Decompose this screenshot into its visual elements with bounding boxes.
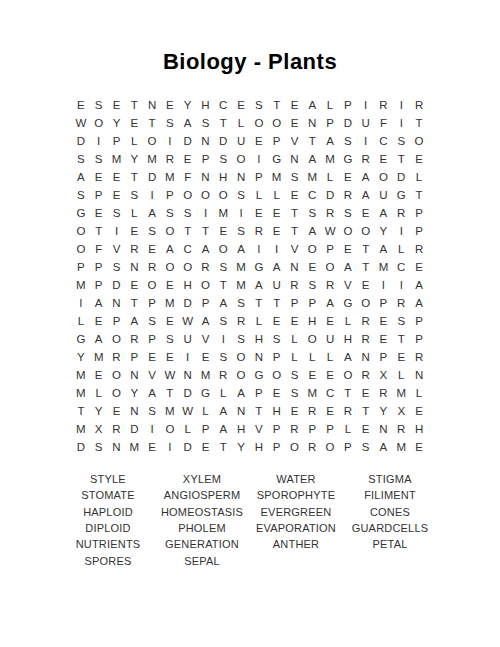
grid-cell-r12c9[interactable]: A — [214, 294, 232, 312]
grid-cell-r19c9[interactable]: A — [214, 420, 232, 438]
grid-cell-r13c10[interactable]: R — [232, 312, 250, 330]
grid-cell-r11c12[interactable]: U — [268, 276, 286, 294]
grid-cell-r15c7[interactable]: I — [179, 348, 197, 366]
grid-cell-r13c7[interactable]: W — [179, 312, 197, 330]
grid-cell-r3c1[interactable]: D — [72, 132, 90, 150]
grid-cell-r15c5[interactable]: E — [143, 348, 161, 366]
grid-cell-r18c19[interactable]: X — [392, 402, 410, 420]
grid-cell-r9c3[interactable]: V — [108, 240, 126, 258]
grid-cell-r18c16[interactable]: R — [339, 402, 357, 420]
grid-cell-r15c9[interactable]: S — [214, 348, 232, 366]
grid-cell-r7c18[interactable]: A — [375, 204, 393, 222]
grid-cell-r8c4[interactable]: E — [125, 222, 143, 240]
grid-cell-r12c15[interactable]: A — [321, 294, 339, 312]
grid-cell-r1c17[interactable]: I — [357, 96, 375, 114]
grid-cell-r2c2[interactable]: O — [90, 114, 108, 132]
grid-cell-r1c1[interactable]: E — [72, 96, 90, 114]
grid-cell-r9c2[interactable]: F — [90, 240, 108, 258]
grid-cell-r9c14[interactable]: O — [303, 240, 321, 258]
grid-cell-r17c16[interactable]: T — [339, 384, 357, 402]
grid-cell-r2c14[interactable]: N — [303, 114, 321, 132]
grid-cell-r11c7[interactable]: H — [179, 276, 197, 294]
grid-cell-r19c16[interactable]: L — [339, 420, 357, 438]
grid-cell-r20c10[interactable]: Y — [232, 438, 250, 456]
grid-cell-r9c12[interactable]: I — [268, 240, 286, 258]
grid-cell-r16c12[interactable]: O — [268, 366, 286, 384]
grid-cell-r19c1[interactable]: M — [72, 420, 90, 438]
grid-cell-r2c20[interactable]: T — [410, 114, 428, 132]
grid-cell-r6c1[interactable]: S — [72, 186, 90, 204]
grid-cell-r18c15[interactable]: E — [321, 402, 339, 420]
grid-cell-r16c16[interactable]: O — [339, 366, 357, 384]
grid-cell-r19c4[interactable]: D — [125, 420, 143, 438]
grid-cell-r13c18[interactable]: E — [375, 312, 393, 330]
grid-cell-r2c6[interactable]: S — [161, 114, 179, 132]
grid-cell-r9c19[interactable]: L — [392, 240, 410, 258]
grid-cell-r13c14[interactable]: H — [303, 312, 321, 330]
grid-cell-r16c2[interactable]: E — [90, 366, 108, 384]
grid-cell-r5c18[interactable]: O — [375, 168, 393, 186]
grid-cell-r16c13[interactable]: S — [286, 366, 304, 384]
grid-cell-r6c3[interactable]: E — [108, 186, 126, 204]
grid-cell-r17c11[interactable]: P — [250, 384, 268, 402]
grid-cell-r19c8[interactable]: P — [197, 420, 215, 438]
grid-cell-r1c19[interactable]: I — [392, 96, 410, 114]
grid-cell-r19c11[interactable]: V — [250, 420, 268, 438]
grid-cell-r15c1[interactable]: Y — [72, 348, 90, 366]
grid-cell-r2c8[interactable]: S — [197, 114, 215, 132]
grid-cell-r18c12[interactable]: H — [268, 402, 286, 420]
grid-cell-r16c5[interactable]: V — [143, 366, 161, 384]
grid-cell-r2c4[interactable]: E — [125, 114, 143, 132]
grid-cell-r9c11[interactable]: I — [250, 240, 268, 258]
grid-cell-r12c8[interactable]: P — [197, 294, 215, 312]
grid-cell-r5c16[interactable]: E — [339, 168, 357, 186]
grid-cell-r4c10[interactable]: O — [232, 150, 250, 168]
grid-cell-r16c10[interactable]: O — [232, 366, 250, 384]
grid-cell-r1c10[interactable]: E — [232, 96, 250, 114]
grid-cell-r18c20[interactable]: E — [410, 402, 428, 420]
grid-cell-r13c1[interactable]: L — [72, 312, 90, 330]
grid-cell-r4c8[interactable]: P — [197, 150, 215, 168]
grid-cell-r3c17[interactable]: I — [357, 132, 375, 150]
grid-cell-r11c14[interactable]: S — [303, 276, 321, 294]
grid-cell-r20c6[interactable]: I — [161, 438, 179, 456]
grid-cell-r13c16[interactable]: L — [339, 312, 357, 330]
grid-cell-r20c19[interactable]: M — [392, 438, 410, 456]
grid-cell-r3c13[interactable]: V — [286, 132, 304, 150]
grid-cell-r17c5[interactable]: A — [143, 384, 161, 402]
grid-cell-r9c10[interactable]: A — [232, 240, 250, 258]
grid-cell-r6c2[interactable]: P — [90, 186, 108, 204]
grid-cell-r13c20[interactable]: P — [410, 312, 428, 330]
grid-cell-r14c3[interactable]: O — [108, 330, 126, 348]
grid-cell-r3c6[interactable]: I — [161, 132, 179, 150]
grid-cell-r15c19[interactable]: E — [392, 348, 410, 366]
grid-cell-r5c8[interactable]: N — [197, 168, 215, 186]
grid-cell-r17c10[interactable]: A — [232, 384, 250, 402]
grid-cell-r1c18[interactable]: R — [375, 96, 393, 114]
grid-cell-r20c12[interactable]: P — [268, 438, 286, 456]
grid-cell-r11c1[interactable]: M — [72, 276, 90, 294]
grid-cell-r20c11[interactable]: H — [250, 438, 268, 456]
grid-cell-r12c14[interactable]: P — [303, 294, 321, 312]
grid-cell-r16c1[interactable]: M — [72, 366, 90, 384]
grid-cell-r15c16[interactable]: A — [339, 348, 357, 366]
grid-cell-r10c1[interactable]: P — [72, 258, 90, 276]
grid-cell-r6c19[interactable]: G — [392, 186, 410, 204]
grid-cell-r17c6[interactable]: T — [161, 384, 179, 402]
grid-cell-r20c4[interactable]: M — [125, 438, 143, 456]
grid-cell-r4c15[interactable]: M — [321, 150, 339, 168]
grid-cell-r3c16[interactable]: S — [339, 132, 357, 150]
grid-cell-r1c3[interactable]: E — [108, 96, 126, 114]
grid-cell-r1c14[interactable]: A — [303, 96, 321, 114]
grid-cell-r10c6[interactable]: O — [161, 258, 179, 276]
grid-cell-r12c12[interactable]: T — [268, 294, 286, 312]
grid-cell-r19c5[interactable]: I — [143, 420, 161, 438]
grid-cell-r19c7[interactable]: L — [179, 420, 197, 438]
grid-cell-r16c18[interactable]: X — [375, 366, 393, 384]
grid-cell-r15c6[interactable]: E — [161, 348, 179, 366]
grid-cell-r10c11[interactable]: G — [250, 258, 268, 276]
grid-cell-r19c20[interactable]: H — [410, 420, 428, 438]
grid-cell-r8c12[interactable]: E — [268, 222, 286, 240]
grid-cell-r6c13[interactable]: E — [286, 186, 304, 204]
grid-cell-r1c13[interactable]: E — [286, 96, 304, 114]
grid-cell-r1c11[interactable]: S — [250, 96, 268, 114]
grid-cell-r12c19[interactable]: R — [392, 294, 410, 312]
grid-cell-r6c4[interactable]: S — [125, 186, 143, 204]
grid-cell-r1c6[interactable]: E — [161, 96, 179, 114]
grid-cell-r4c9[interactable]: S — [214, 150, 232, 168]
grid-cell-r20c2[interactable]: S — [90, 438, 108, 456]
grid-cell-r3c5[interactable]: O — [143, 132, 161, 150]
grid-cell-r10c9[interactable]: S — [214, 258, 232, 276]
grid-cell-r15c18[interactable]: P — [375, 348, 393, 366]
grid-cell-r4c11[interactable]: I — [250, 150, 268, 168]
grid-cell-r7c14[interactable]: S — [303, 204, 321, 222]
grid-cell-r7c4[interactable]: L — [125, 204, 143, 222]
grid-cell-r5c2[interactable]: E — [90, 168, 108, 186]
grid-cell-r10c5[interactable]: R — [143, 258, 161, 276]
grid-cell-r7c5[interactable]: A — [143, 204, 161, 222]
grid-cell-r18c8[interactable]: L — [197, 402, 215, 420]
grid-cell-r9c1[interactable]: O — [72, 240, 90, 258]
grid-cell-r6c11[interactable]: L — [250, 186, 268, 204]
grid-cell-r7c12[interactable]: E — [268, 204, 286, 222]
grid-cell-r6c6[interactable]: P — [161, 186, 179, 204]
grid-cell-r4c1[interactable]: S — [72, 150, 90, 168]
grid-cell-r12c2[interactable]: A — [90, 294, 108, 312]
grid-cell-r14c12[interactable]: S — [268, 330, 286, 348]
grid-cell-r15c14[interactable]: L — [303, 348, 321, 366]
grid-cell-r4c18[interactable]: E — [375, 150, 393, 168]
grid-cell-r5c17[interactable]: A — [357, 168, 375, 186]
grid-cell-r10c20[interactable]: E — [410, 258, 428, 276]
grid-cell-r18c7[interactable]: W — [179, 402, 197, 420]
grid-cell-r19c17[interactable]: E — [357, 420, 375, 438]
grid-cell-r15c11[interactable]: N — [250, 348, 268, 366]
grid-cell-r17c20[interactable]: L — [410, 384, 428, 402]
grid-cell-r14c16[interactable]: H — [339, 330, 357, 348]
grid-cell-r9c18[interactable]: A — [375, 240, 393, 258]
grid-cell-r8c5[interactable]: S — [143, 222, 161, 240]
grid-cell-r7c7[interactable]: S — [179, 204, 197, 222]
grid-cell-r5c9[interactable]: H — [214, 168, 232, 186]
grid-cell-r12c6[interactable]: M — [161, 294, 179, 312]
grid-cell-r13c17[interactable]: R — [357, 312, 375, 330]
grid-cell-r2c19[interactable]: I — [392, 114, 410, 132]
grid-cell-r15c15[interactable]: L — [321, 348, 339, 366]
grid-cell-r2c11[interactable]: O — [250, 114, 268, 132]
grid-cell-r6c18[interactable]: U — [375, 186, 393, 204]
grid-cell-r7c1[interactable]: G — [72, 204, 90, 222]
grid-cell-r17c14[interactable]: M — [303, 384, 321, 402]
grid-cell-r1c7[interactable]: Y — [179, 96, 197, 114]
grid-cell-r14c1[interactable]: G — [72, 330, 90, 348]
grid-cell-r8c20[interactable]: P — [410, 222, 428, 240]
grid-cell-r20c14[interactable]: R — [303, 438, 321, 456]
grid-cell-r8c13[interactable]: T — [286, 222, 304, 240]
grid-cell-r2c13[interactable]: E — [286, 114, 304, 132]
grid-cell-r4c7[interactable]: E — [179, 150, 197, 168]
grid-cell-r5c6[interactable]: M — [161, 168, 179, 186]
grid-cell-r4c17[interactable]: R — [357, 150, 375, 168]
grid-cell-r14c19[interactable]: T — [392, 330, 410, 348]
grid-cell-r6c9[interactable]: O — [214, 186, 232, 204]
grid-cell-r18c5[interactable]: S — [143, 402, 161, 420]
grid-cell-r14c10[interactable]: S — [232, 330, 250, 348]
grid-cell-r3c10[interactable]: U — [232, 132, 250, 150]
grid-cell-r2c9[interactable]: T — [214, 114, 232, 132]
grid-cell-r8c18[interactable]: Y — [375, 222, 393, 240]
grid-cell-r1c20[interactable]: R — [410, 96, 428, 114]
grid-cell-r6c17[interactable]: A — [357, 186, 375, 204]
grid-cell-r5c19[interactable]: D — [392, 168, 410, 186]
grid-cell-r4c12[interactable]: G — [268, 150, 286, 168]
grid-cell-r6c15[interactable]: D — [321, 186, 339, 204]
grid-cell-r13c2[interactable]: E — [90, 312, 108, 330]
grid-cell-r20c8[interactable]: E — [197, 438, 215, 456]
grid-cell-r7c6[interactable]: S — [161, 204, 179, 222]
grid-cell-r11c5[interactable]: O — [143, 276, 161, 294]
grid-cell-r12c20[interactable]: A — [410, 294, 428, 312]
grid-cell-r10c19[interactable]: C — [392, 258, 410, 276]
grid-cell-r6c5[interactable]: I — [143, 186, 161, 204]
grid-cell-r17c15[interactable]: C — [321, 384, 339, 402]
grid-cell-r5c11[interactable]: P — [250, 168, 268, 186]
grid-cell-r8c8[interactable]: T — [197, 222, 215, 240]
grid-cell-r10c15[interactable]: O — [321, 258, 339, 276]
grid-cell-r10c18[interactable]: M — [375, 258, 393, 276]
grid-cell-r12c18[interactable]: P — [375, 294, 393, 312]
grid-cell-r4c19[interactable]: T — [392, 150, 410, 168]
grid-cell-r6c12[interactable]: L — [268, 186, 286, 204]
grid-cell-r7c15[interactable]: R — [321, 204, 339, 222]
grid-cell-r1c5[interactable]: N — [143, 96, 161, 114]
grid-cell-r4c16[interactable]: G — [339, 150, 357, 168]
grid-cell-r5c14[interactable]: M — [303, 168, 321, 186]
grid-cell-r4c6[interactable]: R — [161, 150, 179, 168]
grid-cell-r2c15[interactable]: P — [321, 114, 339, 132]
grid-cell-r8c7[interactable]: T — [179, 222, 197, 240]
grid-cell-r5c4[interactable]: T — [125, 168, 143, 186]
grid-cell-r8c2[interactable]: T — [90, 222, 108, 240]
grid-cell-r12c11[interactable]: T — [250, 294, 268, 312]
grid-cell-r8c19[interactable]: I — [392, 222, 410, 240]
grid-cell-r14c9[interactable]: I — [214, 330, 232, 348]
grid-cell-r13c9[interactable]: S — [214, 312, 232, 330]
grid-cell-r10c13[interactable]: N — [286, 258, 304, 276]
grid-cell-r14c18[interactable]: E — [375, 330, 393, 348]
grid-cell-r2c10[interactable]: L — [232, 114, 250, 132]
grid-cell-r18c6[interactable]: M — [161, 402, 179, 420]
grid-cell-r6c8[interactable]: O — [197, 186, 215, 204]
grid-cell-r12c16[interactable]: G — [339, 294, 357, 312]
grid-cell-r7c20[interactable]: P — [410, 204, 428, 222]
grid-cell-r20c7[interactable]: D — [179, 438, 197, 456]
grid-cell-r12c4[interactable]: T — [125, 294, 143, 312]
grid-cell-r14c4[interactable]: R — [125, 330, 143, 348]
grid-cell-r15c2[interactable]: M — [90, 348, 108, 366]
grid-cell-r1c9[interactable]: C — [214, 96, 232, 114]
grid-cell-r1c4[interactable]: T — [125, 96, 143, 114]
grid-cell-r2c18[interactable]: F — [375, 114, 393, 132]
grid-cell-r18c14[interactable]: R — [303, 402, 321, 420]
grid-cell-r4c2[interactable]: S — [90, 150, 108, 168]
grid-cell-r20c1[interactable]: D — [72, 438, 90, 456]
grid-cell-r19c13[interactable]: R — [286, 420, 304, 438]
grid-cell-r18c10[interactable]: N — [232, 402, 250, 420]
grid-cell-r6c7[interactable]: O — [179, 186, 197, 204]
grid-cell-r12c5[interactable]: P — [143, 294, 161, 312]
grid-cell-r19c2[interactable]: X — [90, 420, 108, 438]
grid-cell-r3c11[interactable]: E — [250, 132, 268, 150]
grid-cell-r2c5[interactable]: T — [143, 114, 161, 132]
grid-cell-r9c5[interactable]: E — [143, 240, 161, 258]
grid-cell-r7c11[interactable]: E — [250, 204, 268, 222]
grid-cell-r12c1[interactable]: I — [72, 294, 90, 312]
grid-cell-r9c16[interactable]: E — [339, 240, 357, 258]
grid-cell-r18c3[interactable]: E — [108, 402, 126, 420]
grid-cell-r10c12[interactable]: A — [268, 258, 286, 276]
grid-cell-r4c13[interactable]: N — [286, 150, 304, 168]
grid-cell-r17c1[interactable]: M — [72, 384, 90, 402]
grid-cell-r2c12[interactable]: O — [268, 114, 286, 132]
grid-cell-r4c14[interactable]: A — [303, 150, 321, 168]
grid-cell-r15c3[interactable]: R — [108, 348, 126, 366]
grid-cell-r11c19[interactable]: I — [392, 276, 410, 294]
grid-cell-r7c17[interactable]: E — [357, 204, 375, 222]
grid-cell-r12c3[interactable]: N — [108, 294, 126, 312]
grid-cell-r4c5[interactable]: M — [143, 150, 161, 168]
grid-cell-r14c17[interactable]: R — [357, 330, 375, 348]
grid-cell-r20c20[interactable]: E — [410, 438, 428, 456]
grid-cell-r20c13[interactable]: O — [286, 438, 304, 456]
grid-cell-r14c5[interactable]: P — [143, 330, 161, 348]
grid-cell-r16c7[interactable]: N — [179, 366, 197, 384]
grid-cell-r8c11[interactable]: R — [250, 222, 268, 240]
grid-cell-r10c3[interactable]: S — [108, 258, 126, 276]
grid-cell-r11c11[interactable]: A — [250, 276, 268, 294]
grid-cell-r3c3[interactable]: P — [108, 132, 126, 150]
grid-cell-r10c2[interactable]: P — [90, 258, 108, 276]
grid-cell-r19c3[interactable]: R — [108, 420, 126, 438]
grid-cell-r9c15[interactable]: P — [321, 240, 339, 258]
grid-cell-r12c7[interactable]: D — [179, 294, 197, 312]
grid-cell-r20c9[interactable]: T — [214, 438, 232, 456]
grid-cell-r20c15[interactable]: O — [321, 438, 339, 456]
grid-cell-r11c18[interactable]: I — [375, 276, 393, 294]
grid-cell-r11c2[interactable]: P — [90, 276, 108, 294]
grid-cell-r8c14[interactable]: A — [303, 222, 321, 240]
grid-cell-r10c7[interactable]: O — [179, 258, 197, 276]
grid-cell-r7c10[interactable]: I — [232, 204, 250, 222]
grid-cell-r18c2[interactable]: Y — [90, 402, 108, 420]
grid-cell-r6c20[interactable]: T — [410, 186, 428, 204]
grid-cell-r3c7[interactable]: D — [179, 132, 197, 150]
grid-cell-r8c17[interactable]: O — [357, 222, 375, 240]
grid-cell-r15c10[interactable]: O — [232, 348, 250, 366]
grid-cell-r17c2[interactable]: L — [90, 384, 108, 402]
grid-cell-r16c14[interactable]: E — [303, 366, 321, 384]
grid-cell-r9c6[interactable]: A — [161, 240, 179, 258]
grid-cell-r17c12[interactable]: E — [268, 384, 286, 402]
grid-cell-r18c17[interactable]: T — [357, 402, 375, 420]
grid-cell-r3c2[interactable]: I — [90, 132, 108, 150]
grid-cell-r10c4[interactable]: N — [125, 258, 143, 276]
grid-cell-r11c6[interactable]: E — [161, 276, 179, 294]
grid-cell-r18c4[interactable]: N — [125, 402, 143, 420]
grid-cell-r16c17[interactable]: R — [357, 366, 375, 384]
grid-cell-r5c5[interactable]: D — [143, 168, 161, 186]
grid-cell-r1c15[interactable]: L — [321, 96, 339, 114]
grid-cell-r4c20[interactable]: E — [410, 150, 428, 168]
grid-cell-r8c10[interactable]: S — [232, 222, 250, 240]
grid-cell-r3c12[interactable]: P — [268, 132, 286, 150]
grid-cell-r10c8[interactable]: R — [197, 258, 215, 276]
grid-cell-r6c14[interactable]: C — [303, 186, 321, 204]
grid-cell-r7c2[interactable]: E — [90, 204, 108, 222]
grid-cell-r4c3[interactable]: M — [108, 150, 126, 168]
grid-cell-r13c13[interactable]: E — [286, 312, 304, 330]
grid-cell-r20c5[interactable]: E — [143, 438, 161, 456]
grid-cell-r5c1[interactable]: A — [72, 168, 90, 186]
grid-cell-r7c13[interactable]: T — [286, 204, 304, 222]
grid-cell-r17c4[interactable]: Y — [125, 384, 143, 402]
grid-cell-r15c12[interactable]: P — [268, 348, 286, 366]
grid-cell-r4c4[interactable]: Y — [125, 150, 143, 168]
grid-cell-r14c7[interactable]: U — [179, 330, 197, 348]
grid-cell-r12c10[interactable]: S — [232, 294, 250, 312]
grid-cell-r14c11[interactable]: H — [250, 330, 268, 348]
grid-cell-r16c8[interactable]: M — [197, 366, 215, 384]
grid-cell-r15c20[interactable]: R — [410, 348, 428, 366]
grid-cell-r16c4[interactable]: N — [125, 366, 143, 384]
grid-cell-r3c18[interactable]: C — [375, 132, 393, 150]
grid-cell-r13c12[interactable]: E — [268, 312, 286, 330]
grid-cell-r15c13[interactable]: L — [286, 348, 304, 366]
grid-cell-r19c18[interactable]: N — [375, 420, 393, 438]
grid-cell-r3c15[interactable]: A — [321, 132, 339, 150]
grid-cell-r8c1[interactable]: O — [72, 222, 90, 240]
grid-cell-r20c17[interactable]: S — [357, 438, 375, 456]
grid-cell-r17c7[interactable]: D — [179, 384, 197, 402]
grid-cell-r10c14[interactable]: E — [303, 258, 321, 276]
grid-cell-r19c10[interactable]: H — [232, 420, 250, 438]
grid-cell-r20c16[interactable]: P — [339, 438, 357, 456]
